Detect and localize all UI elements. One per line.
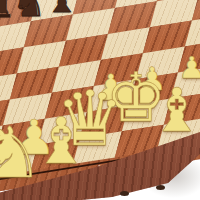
white-knight: ♞	[0, 118, 43, 188]
board-foot	[120, 191, 129, 196]
photo-stage: •••• ♞♝♟♛♚♟♝♟♟♜♞♝	[0, 0, 200, 200]
black-rook: ♜	[0, 0, 15, 22]
board-foot	[156, 185, 165, 190]
black-bishop: ♝	[45, 0, 79, 18]
white-bishop: ♝	[150, 80, 200, 140]
black-knight: ♞	[12, 0, 46, 22]
